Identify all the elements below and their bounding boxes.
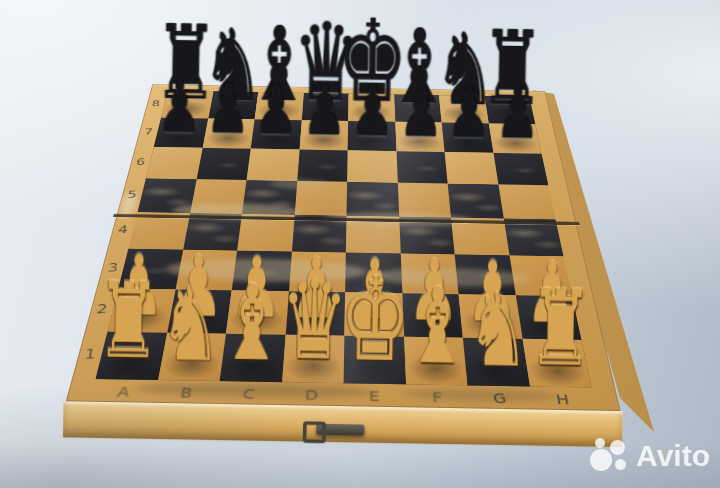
black-pawn-e7: ♟ <box>350 77 395 148</box>
white-knight-b1: ♞ <box>158 274 222 376</box>
black-pawn-d7: ♟ <box>302 76 347 147</box>
black-pawn-a7: ♟ <box>157 73 202 144</box>
white-queen-d1: ♛ <box>279 268 348 378</box>
square-d7: ♟ <box>299 120 348 150</box>
grime-smudge <box>134 381 373 398</box>
file-label-a: A <box>110 384 137 400</box>
square-b1: ♞ <box>158 333 226 381</box>
white-bishop-c1: ♝ <box>219 272 285 377</box>
square-e1: ♚ <box>344 336 406 385</box>
avito-logo-icon <box>589 436 631 476</box>
file-label-h: H <box>549 392 576 408</box>
black-pawn-f7: ♟ <box>398 77 443 148</box>
metal-clasp <box>316 424 364 436</box>
chess-board: ♜♞♝♛♚♝♞♜♟♟♟♟♟♟♟♟♟♟♟♟♟♟♟♟♜♞♝♛♚♝♞♜ 8765432… <box>66 84 621 411</box>
rank-label-7: 7 <box>141 126 157 136</box>
square-g7: ♟ <box>442 123 493 153</box>
square-a1: ♜ <box>96 332 167 380</box>
square-d1: ♛ <box>282 335 345 383</box>
white-bishop-f1: ♝ <box>404 275 470 380</box>
black-pawn-g7: ♟ <box>447 78 492 149</box>
photo-scene: ♜♞♝♛♚♝♞♜♟♟♟♟♟♟♟♟♟♟♟♟♟♟♟♟♜♞♝♛♚♝♞♜ 8765432… <box>0 0 720 488</box>
white-king-e1: ♚ <box>339 263 412 379</box>
square-c7: ♟ <box>251 119 302 149</box>
board-front-edge <box>63 401 623 447</box>
square-e7: ♟ <box>348 121 396 151</box>
black-pawn-c7: ♟ <box>254 75 299 146</box>
rank-label-6: 6 <box>132 156 148 167</box>
grime-smudge <box>403 388 559 402</box>
square-h7: ♟ <box>488 123 541 153</box>
square-c1: ♝ <box>220 334 286 382</box>
white-rook-a1: ♜ <box>96 270 162 375</box>
square-b7: ♟ <box>202 119 254 149</box>
square-g1: ♞ <box>463 338 530 387</box>
white-rook-h1: ♜ <box>527 277 593 382</box>
square-f1: ♝ <box>404 337 468 386</box>
perspective-scene: ♜♞♝♛♚♝♞♜♟♟♟♟♟♟♟♟♟♟♟♟♟♟♟♟♜♞♝♛♚♝♞♜ 8765432… <box>0 0 720 488</box>
avito-logo-text: Avito <box>636 439 710 473</box>
square-f7: ♟ <box>395 122 445 152</box>
white-knight-g1: ♞ <box>467 279 531 381</box>
black-pawn-h7: ♟ <box>495 79 540 150</box>
rank-label-4: 4 <box>114 223 132 236</box>
square-h1: ♜ <box>522 339 591 388</box>
avito-watermark: Avito <box>589 436 710 476</box>
square-a7: ♟ <box>154 118 208 148</box>
black-pawn-b7: ♟ <box>205 74 250 145</box>
